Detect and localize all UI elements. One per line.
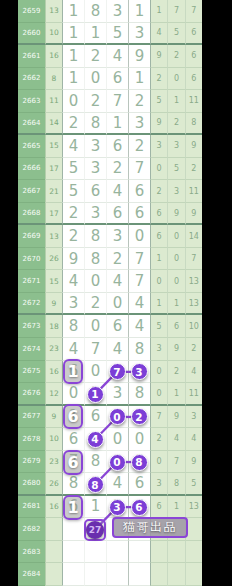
annotation-connector-lines — [18, 0, 202, 586]
link-2680-to-2679 — [95, 462, 117, 485]
link-2678-to-2677 — [95, 417, 117, 440]
link-2676-to-2675 — [95, 372, 117, 395]
app-screen: 2659131831177266010115345626611612499262… — [0, 0, 232, 586]
watermark-label: 猫哥出品 — [112, 517, 188, 538]
lottery-trend-chart: 2659131831177266010115345626611612499262… — [18, 0, 202, 586]
